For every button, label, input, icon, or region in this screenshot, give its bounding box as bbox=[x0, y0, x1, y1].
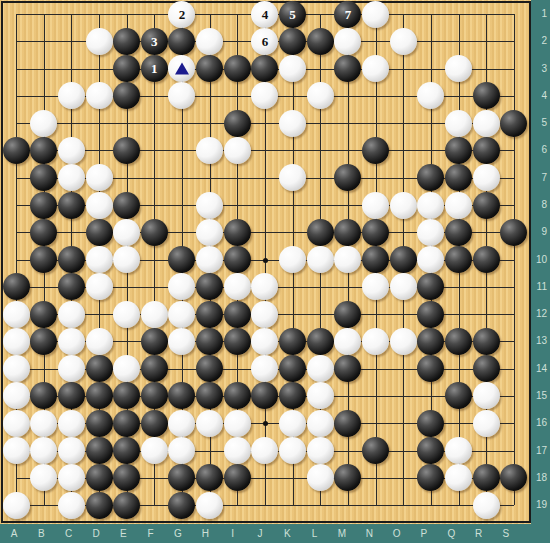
stone-C10[interactable] bbox=[58, 246, 85, 273]
stone-J13[interactable] bbox=[251, 328, 278, 355]
row-coordinate-strip: 12345678910111213141516171819 bbox=[531, 0, 550, 543]
stone-P13[interactable] bbox=[417, 328, 444, 355]
column-label-Q: Q bbox=[444, 528, 458, 539]
stone-H8[interactable] bbox=[196, 192, 223, 219]
stone-D18[interactable] bbox=[86, 464, 113, 491]
stone-R10[interactable] bbox=[473, 246, 500, 273]
stone-G2[interactable] bbox=[168, 28, 195, 55]
stone-C17[interactable] bbox=[58, 437, 85, 464]
stone-I10[interactable] bbox=[224, 246, 251, 273]
stone-E16[interactable] bbox=[113, 410, 140, 437]
row-label-4: 4 bbox=[533, 90, 547, 101]
stone-Q10[interactable] bbox=[445, 246, 472, 273]
stone-I16[interactable] bbox=[224, 410, 251, 437]
column-label-O: O bbox=[390, 528, 404, 539]
stone-C15[interactable] bbox=[58, 382, 85, 409]
column-label-D: D bbox=[89, 528, 103, 539]
stone-L14[interactable] bbox=[307, 355, 334, 382]
stone-O2[interactable] bbox=[390, 28, 417, 55]
stone-P10[interactable] bbox=[417, 246, 444, 273]
column-label-C: C bbox=[62, 528, 76, 539]
stone-P7[interactable] bbox=[417, 164, 444, 191]
stone-K14[interactable] bbox=[279, 355, 306, 382]
stone-C6[interactable] bbox=[58, 137, 85, 164]
row-label-14: 14 bbox=[533, 363, 547, 374]
stone-J12[interactable] bbox=[251, 301, 278, 328]
stone-N6[interactable] bbox=[362, 137, 389, 164]
stone-I11[interactable] bbox=[224, 273, 251, 300]
stone-H19[interactable] bbox=[196, 492, 223, 519]
stone-F9[interactable] bbox=[141, 219, 168, 246]
stone-A19[interactable] bbox=[3, 492, 30, 519]
stone-Q8[interactable] bbox=[445, 192, 472, 219]
stone-G10[interactable] bbox=[168, 246, 195, 273]
stone-L13[interactable] bbox=[307, 328, 334, 355]
stone-F17[interactable] bbox=[141, 437, 168, 464]
row-label-8: 8 bbox=[533, 199, 547, 210]
move-number-4: 4 bbox=[262, 7, 269, 22]
stone-M7[interactable] bbox=[334, 164, 361, 191]
stone-M13[interactable] bbox=[334, 328, 361, 355]
triangle-marker bbox=[175, 62, 189, 74]
stone-H11[interactable] bbox=[196, 273, 223, 300]
stone-G19[interactable] bbox=[168, 492, 195, 519]
stone-K17[interactable] bbox=[279, 437, 306, 464]
stone-I15[interactable] bbox=[224, 382, 251, 409]
stone-I9[interactable] bbox=[224, 219, 251, 246]
stone-M16[interactable] bbox=[334, 410, 361, 437]
stone-E14[interactable] bbox=[113, 355, 140, 382]
stone-I5[interactable] bbox=[224, 110, 251, 137]
grid-vline-S bbox=[514, 14, 515, 505]
stone-G4[interactable] bbox=[168, 82, 195, 109]
stone-J14[interactable] bbox=[251, 355, 278, 382]
stone-R19[interactable] bbox=[473, 492, 500, 519]
move-number-5: 5 bbox=[289, 7, 296, 22]
row-label-3: 3 bbox=[533, 63, 547, 74]
stone-I13[interactable] bbox=[224, 328, 251, 355]
stone-L15[interactable] bbox=[307, 382, 334, 409]
column-label-I: I bbox=[226, 528, 240, 539]
stone-B16[interactable] bbox=[30, 410, 57, 437]
stone-D14[interactable] bbox=[86, 355, 113, 382]
column-label-E: E bbox=[116, 528, 130, 539]
stone-E8[interactable] bbox=[113, 192, 140, 219]
column-label-F: F bbox=[144, 528, 158, 539]
stone-R7[interactable] bbox=[473, 164, 500, 191]
column-label-L: L bbox=[308, 528, 322, 539]
stone-M2[interactable] bbox=[334, 28, 361, 55]
stone-H13[interactable] bbox=[196, 328, 223, 355]
stone-D16[interactable] bbox=[86, 410, 113, 437]
stone-B18[interactable] bbox=[30, 464, 57, 491]
stone-C14[interactable] bbox=[58, 355, 85, 382]
stone-O10[interactable] bbox=[390, 246, 417, 273]
stone-D19[interactable] bbox=[86, 492, 113, 519]
stone-E19[interactable] bbox=[113, 492, 140, 519]
row-label-12: 12 bbox=[533, 308, 547, 319]
stone-K3[interactable] bbox=[279, 55, 306, 82]
stone-K10[interactable] bbox=[279, 246, 306, 273]
stone-C11[interactable] bbox=[58, 273, 85, 300]
stone-L9[interactable] bbox=[307, 219, 334, 246]
stone-G17[interactable] bbox=[168, 437, 195, 464]
stone-O11[interactable] bbox=[390, 273, 417, 300]
stone-G18[interactable] bbox=[168, 464, 195, 491]
stone-C13[interactable] bbox=[58, 328, 85, 355]
stone-N13[interactable] bbox=[362, 328, 389, 355]
row-label-18: 18 bbox=[533, 472, 547, 483]
stone-P12[interactable] bbox=[417, 301, 444, 328]
stone-R18[interactable] bbox=[473, 464, 500, 491]
stone-M12[interactable] bbox=[334, 301, 361, 328]
stone-M18[interactable] bbox=[334, 464, 361, 491]
stone-Q18[interactable] bbox=[445, 464, 472, 491]
stone-N9[interactable] bbox=[362, 219, 389, 246]
stone-R15[interactable] bbox=[473, 382, 500, 409]
stone-P9[interactable] bbox=[417, 219, 444, 246]
stone-D4[interactable] bbox=[86, 82, 113, 109]
row-label-15: 15 bbox=[533, 390, 547, 401]
stone-M1[interactable]: 7 bbox=[334, 1, 361, 28]
stone-Q15[interactable] bbox=[445, 382, 472, 409]
stone-D15[interactable] bbox=[86, 382, 113, 409]
stone-L17[interactable] bbox=[307, 437, 334, 464]
stone-Q17[interactable] bbox=[445, 437, 472, 464]
move-number-2: 2 bbox=[179, 7, 186, 22]
stone-Q9[interactable] bbox=[445, 219, 472, 246]
stone-C18[interactable] bbox=[58, 464, 85, 491]
stone-K2[interactable] bbox=[279, 28, 306, 55]
stone-R8[interactable] bbox=[473, 192, 500, 219]
stone-K15[interactable] bbox=[279, 382, 306, 409]
stone-B9[interactable] bbox=[30, 219, 57, 246]
stone-P14[interactable] bbox=[417, 355, 444, 382]
stone-K1[interactable]: 5 bbox=[279, 1, 306, 28]
stone-E10[interactable] bbox=[113, 246, 140, 273]
stone-L16[interactable] bbox=[307, 410, 334, 437]
stone-G13[interactable] bbox=[168, 328, 195, 355]
stone-B15[interactable] bbox=[30, 382, 57, 409]
stone-D11[interactable] bbox=[86, 273, 113, 300]
stone-H12[interactable] bbox=[196, 301, 223, 328]
stone-B17[interactable] bbox=[30, 437, 57, 464]
column-label-H: H bbox=[198, 528, 212, 539]
stone-P8[interactable] bbox=[417, 192, 444, 219]
stone-E17[interactable] bbox=[113, 437, 140, 464]
column-label-N: N bbox=[362, 528, 376, 539]
stone-I12[interactable] bbox=[224, 301, 251, 328]
row-label-6: 6 bbox=[533, 144, 547, 155]
row-label-11: 11 bbox=[533, 281, 547, 292]
stone-S9[interactable] bbox=[500, 219, 527, 246]
stone-P4[interactable] bbox=[417, 82, 444, 109]
stone-L10[interactable] bbox=[307, 246, 334, 273]
row-label-9: 9 bbox=[533, 226, 547, 237]
stone-A13[interactable] bbox=[3, 328, 30, 355]
stone-B8[interactable] bbox=[30, 192, 57, 219]
star-point-J10 bbox=[263, 258, 268, 263]
stone-O8[interactable] bbox=[390, 192, 417, 219]
stone-D10[interactable] bbox=[86, 246, 113, 273]
stone-K5[interactable] bbox=[279, 110, 306, 137]
row-label-13: 13 bbox=[533, 335, 547, 346]
stone-H15[interactable] bbox=[196, 382, 223, 409]
stone-G1[interactable]: 2 bbox=[168, 1, 195, 28]
stone-H16[interactable] bbox=[196, 410, 223, 437]
stone-P17[interactable] bbox=[417, 437, 444, 464]
go-diagram-window: 2457361 12345678910111213141516171819 AB… bbox=[0, 0, 550, 543]
stone-C4[interactable] bbox=[58, 82, 85, 109]
row-label-16: 16 bbox=[533, 417, 547, 428]
row-label-1: 1 bbox=[533, 8, 547, 19]
stone-C8[interactable] bbox=[58, 192, 85, 219]
row-label-2: 2 bbox=[533, 35, 547, 46]
stone-E9[interactable] bbox=[113, 219, 140, 246]
column-label-M: M bbox=[335, 528, 349, 539]
stone-C16[interactable] bbox=[58, 410, 85, 437]
column-label-K: K bbox=[280, 528, 294, 539]
stone-D7[interactable] bbox=[86, 164, 113, 191]
stone-J17[interactable] bbox=[251, 437, 278, 464]
stone-A17[interactable] bbox=[3, 437, 30, 464]
stone-Q13[interactable] bbox=[445, 328, 472, 355]
stone-E12[interactable] bbox=[113, 301, 140, 328]
stone-H14[interactable] bbox=[196, 355, 223, 382]
column-label-G: G bbox=[171, 528, 185, 539]
stone-A16[interactable] bbox=[3, 410, 30, 437]
stone-N8[interactable] bbox=[362, 192, 389, 219]
stone-R16[interactable] bbox=[473, 410, 500, 437]
stone-Q5[interactable] bbox=[445, 110, 472, 137]
stone-E3[interactable] bbox=[113, 55, 140, 82]
stone-G12[interactable] bbox=[168, 301, 195, 328]
stone-F15[interactable] bbox=[141, 382, 168, 409]
stone-M10[interactable] bbox=[334, 246, 361, 273]
stone-I17[interactable] bbox=[224, 437, 251, 464]
stone-L4[interactable] bbox=[307, 82, 334, 109]
stone-E4[interactable] bbox=[113, 82, 140, 109]
stone-N11[interactable] bbox=[362, 273, 389, 300]
stone-J15[interactable] bbox=[251, 382, 278, 409]
stone-B5[interactable] bbox=[30, 110, 57, 137]
stone-P16[interactable] bbox=[417, 410, 444, 437]
stone-D8[interactable] bbox=[86, 192, 113, 219]
column-label-A: A bbox=[7, 528, 21, 539]
stone-H2[interactable] bbox=[196, 28, 223, 55]
stone-E15[interactable] bbox=[113, 382, 140, 409]
stone-F16[interactable] bbox=[141, 410, 168, 437]
column-label-P: P bbox=[417, 528, 431, 539]
stone-G15[interactable] bbox=[168, 382, 195, 409]
stone-B12[interactable] bbox=[30, 301, 57, 328]
stone-M14[interactable] bbox=[334, 355, 361, 382]
stone-P18[interactable] bbox=[417, 464, 444, 491]
stone-P11[interactable] bbox=[417, 273, 444, 300]
column-label-B: B bbox=[34, 528, 48, 539]
stone-M3[interactable] bbox=[334, 55, 361, 82]
stone-B10[interactable] bbox=[30, 246, 57, 273]
stone-R14[interactable] bbox=[473, 355, 500, 382]
stone-L18[interactable] bbox=[307, 464, 334, 491]
stone-O13[interactable] bbox=[390, 328, 417, 355]
stone-K7[interactable] bbox=[279, 164, 306, 191]
stone-F3[interactable]: 1 bbox=[141, 55, 168, 82]
stone-E18[interactable] bbox=[113, 464, 140, 491]
stone-H6[interactable] bbox=[196, 137, 223, 164]
stone-G16[interactable] bbox=[168, 410, 195, 437]
stone-D13[interactable] bbox=[86, 328, 113, 355]
star-point-J16 bbox=[263, 421, 268, 426]
stone-H9[interactable] bbox=[196, 219, 223, 246]
stone-A14[interactable] bbox=[3, 355, 30, 382]
stone-J11[interactable] bbox=[251, 273, 278, 300]
stone-R4[interactable] bbox=[473, 82, 500, 109]
stone-K13[interactable] bbox=[279, 328, 306, 355]
stone-H3[interactable] bbox=[196, 55, 223, 82]
stone-F13[interactable] bbox=[141, 328, 168, 355]
stone-J4[interactable] bbox=[251, 82, 278, 109]
row-label-7: 7 bbox=[533, 172, 547, 183]
stone-E6[interactable] bbox=[113, 137, 140, 164]
move-number-3: 3 bbox=[151, 34, 158, 49]
stone-C7[interactable] bbox=[58, 164, 85, 191]
stone-N10[interactable] bbox=[362, 246, 389, 273]
stone-R5[interactable] bbox=[473, 110, 500, 137]
stone-B7[interactable] bbox=[30, 164, 57, 191]
stone-Q7[interactable] bbox=[445, 164, 472, 191]
row-label-19: 19 bbox=[533, 499, 547, 510]
stone-E2[interactable] bbox=[113, 28, 140, 55]
stone-D2[interactable] bbox=[86, 28, 113, 55]
row-label-10: 10 bbox=[533, 254, 547, 265]
stone-L2[interactable] bbox=[307, 28, 334, 55]
stone-Q6[interactable] bbox=[445, 137, 472, 164]
stone-G11[interactable] bbox=[168, 273, 195, 300]
stone-H10[interactable] bbox=[196, 246, 223, 273]
stone-R13[interactable] bbox=[473, 328, 500, 355]
stone-F2[interactable]: 3 bbox=[141, 28, 168, 55]
stone-D17[interactable] bbox=[86, 437, 113, 464]
stone-C12[interactable] bbox=[58, 301, 85, 328]
stone-A15[interactable] bbox=[3, 382, 30, 409]
stone-N17[interactable] bbox=[362, 437, 389, 464]
stone-A12[interactable] bbox=[3, 301, 30, 328]
stone-A11[interactable] bbox=[3, 273, 30, 300]
row-label-5: 5 bbox=[533, 117, 547, 128]
column-label-J: J bbox=[253, 528, 267, 539]
stone-N3[interactable] bbox=[362, 55, 389, 82]
stone-I3[interactable] bbox=[224, 55, 251, 82]
stone-R6[interactable] bbox=[473, 137, 500, 164]
row-label-17: 17 bbox=[533, 445, 547, 456]
stone-S18[interactable] bbox=[500, 464, 527, 491]
stone-J1[interactable]: 4 bbox=[251, 1, 278, 28]
move-number-7: 7 bbox=[345, 7, 352, 22]
stone-F12[interactable] bbox=[141, 301, 168, 328]
stone-I6[interactable] bbox=[224, 137, 251, 164]
column-label-S: S bbox=[499, 528, 513, 539]
stone-Q3[interactable] bbox=[445, 55, 472, 82]
stone-N1[interactable] bbox=[362, 1, 389, 28]
stone-M9[interactable] bbox=[334, 219, 361, 246]
stone-D9[interactable] bbox=[86, 219, 113, 246]
stone-I18[interactable] bbox=[224, 464, 251, 491]
column-label-R: R bbox=[472, 528, 486, 539]
move-number-6: 6 bbox=[262, 34, 269, 49]
stone-A6[interactable] bbox=[3, 137, 30, 164]
stone-H18[interactable] bbox=[196, 464, 223, 491]
stone-J2[interactable]: 6 bbox=[251, 28, 278, 55]
stone-B6[interactable] bbox=[30, 137, 57, 164]
stone-S5[interactable] bbox=[500, 110, 527, 137]
stone-G3[interactable] bbox=[168, 55, 195, 82]
stone-B13[interactable] bbox=[30, 328, 57, 355]
stone-F14[interactable] bbox=[141, 355, 168, 382]
stone-C19[interactable] bbox=[58, 492, 85, 519]
stone-K16[interactable] bbox=[279, 410, 306, 437]
column-coordinate-strip: ABCDEFGHIJKLMNOPQRS bbox=[0, 524, 550, 543]
move-number-1: 1 bbox=[151, 61, 158, 76]
stone-J3[interactable] bbox=[251, 55, 278, 82]
